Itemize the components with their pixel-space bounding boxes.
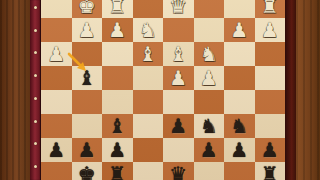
square-h1[interactable] [41,0,72,18]
piece-black-bishop[interactable]: ♝ [108,114,126,138]
square-b4[interactable] [224,66,255,90]
square-c4[interactable]: ♟ [194,66,225,90]
square-d7[interactable] [163,138,194,162]
square-g4[interactable]: ♝ [72,66,103,90]
piece-black-pawn[interactable]: ♟ [47,138,65,162]
spine-dot [34,6,37,9]
board-right-edge [285,0,296,180]
square-f3[interactable] [102,42,133,66]
square-d2[interactable] [163,18,194,42]
square-c3[interactable]: ♞ [194,42,225,66]
square-e4[interactable] [133,66,164,90]
piece-white-pawn[interactable]: ♟ [108,18,126,42]
square-g2[interactable]: ♟ [72,18,103,42]
square-b2[interactable]: ♟ [224,18,255,42]
piece-white-pawn[interactable]: ♟ [47,42,65,66]
square-e3[interactable]: ♝ [133,42,164,66]
square-c8[interactable] [194,162,225,180]
piece-white-pawn[interactable]: ♟ [261,18,279,42]
piece-black-pawn[interactable]: ♟ [169,114,187,138]
square-f7[interactable]: ♟ [102,138,133,162]
square-e2[interactable]: ♞ [133,18,164,42]
square-e1[interactable] [133,0,164,18]
piece-white-rook[interactable]: ♜ [261,0,279,18]
square-e6[interactable] [133,114,164,138]
piece-black-knight[interactable]: ♞ [230,114,248,138]
piece-black-pawn[interactable]: ♟ [200,138,218,162]
square-f6[interactable]: ♝ [102,114,133,138]
square-g3[interactable] [72,42,103,66]
square-d5[interactable] [163,90,194,114]
square-a1[interactable]: ♜ [255,0,286,18]
square-h8[interactable] [41,162,72,180]
square-h7[interactable]: ♟ [41,138,72,162]
video-frame: ♚♜♛♜♟♟♞♟♟♟♝♝♞♝♟♟♝♟♞♞♟♟♟♟♟♟♚♜♛♜ [0,0,320,180]
square-h2[interactable] [41,18,72,42]
piece-white-rook[interactable]: ♜ [108,0,126,18]
piece-black-rook[interactable]: ♜ [108,162,126,180]
square-b1[interactable] [224,0,255,18]
square-d1[interactable]: ♛ [163,0,194,18]
piece-black-pawn[interactable]: ♟ [108,138,126,162]
spine-dot [34,74,37,77]
square-d3[interactable]: ♝ [163,42,194,66]
square-f8[interactable]: ♜ [102,162,133,180]
square-c7[interactable]: ♟ [194,138,225,162]
spine-dot [34,165,37,168]
square-d8[interactable]: ♛ [163,162,194,180]
piece-white-queen[interactable]: ♛ [169,0,187,18]
spine-dot [34,51,37,54]
square-c6[interactable]: ♞ [194,114,225,138]
book-spine [30,0,41,180]
square-g8[interactable]: ♚ [72,162,103,180]
square-e7[interactable] [133,138,164,162]
spine-dot [34,142,37,145]
square-a6[interactable] [255,114,286,138]
piece-white-pawn[interactable]: ♟ [230,18,248,42]
square-g7[interactable]: ♟ [72,138,103,162]
spine-dot [34,120,37,123]
square-f4[interactable] [102,66,133,90]
square-h4[interactable] [41,66,72,90]
square-d4[interactable]: ♟ [163,66,194,90]
square-b6[interactable]: ♞ [224,114,255,138]
piece-white-pawn[interactable]: ♟ [169,66,187,90]
piece-black-pawn[interactable]: ♟ [78,138,96,162]
piece-white-pawn[interactable]: ♟ [200,66,218,90]
piece-black-king[interactable]: ♚ [78,162,96,180]
square-b3[interactable] [224,42,255,66]
square-b7[interactable]: ♟ [224,138,255,162]
square-a2[interactable]: ♟ [255,18,286,42]
spine-dot [34,29,37,32]
wood-border-right [296,0,320,180]
piece-black-pawn[interactable]: ♟ [261,138,279,162]
piece-white-knight[interactable]: ♞ [200,42,218,66]
piece-white-bishop[interactable]: ♝ [169,42,187,66]
square-e5[interactable] [133,90,164,114]
piece-white-knight[interactable]: ♞ [139,18,157,42]
piece-black-rook[interactable]: ♜ [261,162,279,180]
square-a4[interactable] [255,66,286,90]
square-c5[interactable] [194,90,225,114]
square-a7[interactable]: ♟ [255,138,286,162]
square-c2[interactable] [194,18,225,42]
square-h5[interactable] [41,90,72,114]
piece-black-pawn[interactable]: ♟ [230,138,248,162]
square-g5[interactable] [72,90,103,114]
square-a5[interactable] [255,90,286,114]
piece-white-pawn[interactable]: ♟ [78,18,96,42]
square-d6[interactable]: ♟ [163,114,194,138]
piece-black-knight[interactable]: ♞ [200,114,218,138]
square-c1[interactable] [194,0,225,18]
wood-border-left [0,0,30,180]
square-h3[interactable]: ♟ [41,42,72,66]
piece-black-queen[interactable]: ♛ [169,162,187,180]
square-e8[interactable] [133,162,164,180]
square-f2[interactable]: ♟ [102,18,133,42]
piece-white-bishop[interactable]: ♝ [139,42,157,66]
square-a3[interactable] [255,42,286,66]
square-b8[interactable] [224,162,255,180]
square-g6[interactable] [72,114,103,138]
chess-board: ♚♜♛♜♟♟♞♟♟♟♝♝♞♝♟♟♝♟♞♞♟♟♟♟♟♟♚♜♛♜ [41,0,285,180]
square-b5[interactable] [224,90,255,114]
square-g1[interactable]: ♚ [72,0,103,18]
square-f5[interactable] [102,90,133,114]
square-f1[interactable]: ♜ [102,0,133,18]
square-a8[interactable]: ♜ [255,162,286,180]
piece-white-king[interactable]: ♚ [78,0,96,18]
piece-black-bishop[interactable]: ♝ [78,66,96,90]
square-h6[interactable] [41,114,72,138]
spine-dot [34,97,37,100]
